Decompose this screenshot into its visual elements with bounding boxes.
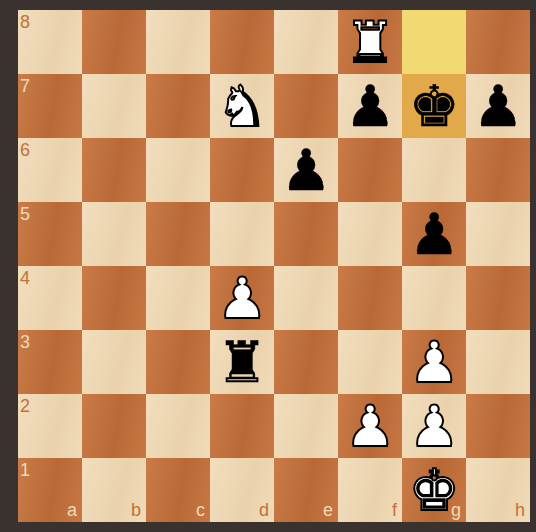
square-d7[interactable]: ♞: [210, 74, 274, 138]
piece-white-pawn-g2[interactable]: ♟: [402, 394, 466, 458]
chess-board: 8♜7♞♟♚♟6♟5♟4♟3♜♟2♟♟1abcdefg♚h: [18, 10, 530, 522]
square-a3[interactable]: 3: [18, 330, 82, 394]
square-a6[interactable]: 6: [18, 138, 82, 202]
square-g6[interactable]: [402, 138, 466, 202]
square-h5[interactable]: [466, 202, 530, 266]
square-f3[interactable]: [338, 330, 402, 394]
square-h2[interactable]: [466, 394, 530, 458]
square-g8[interactable]: [402, 10, 466, 74]
square-d5[interactable]: [210, 202, 274, 266]
square-f1[interactable]: f: [338, 458, 402, 522]
square-g5[interactable]: ♟: [402, 202, 466, 266]
file-label-a: a: [67, 501, 77, 519]
piece-black-pawn-h7[interactable]: ♟: [466, 74, 530, 138]
square-e7[interactable]: [274, 74, 338, 138]
square-f8[interactable]: ♜: [338, 10, 402, 74]
square-g2[interactable]: ♟: [402, 394, 466, 458]
piece-black-king-g7[interactable]: ♚: [402, 74, 466, 138]
rank-label-8: 8: [20, 13, 30, 31]
square-d8[interactable]: [210, 10, 274, 74]
file-label-d: d: [259, 501, 269, 519]
file-label-h: h: [515, 501, 525, 519]
square-b4[interactable]: [82, 266, 146, 330]
square-c3[interactable]: [146, 330, 210, 394]
square-a5[interactable]: 5: [18, 202, 82, 266]
square-d2[interactable]: [210, 394, 274, 458]
piece-white-pawn-f2[interactable]: ♟: [338, 394, 402, 458]
square-a2[interactable]: 2: [18, 394, 82, 458]
square-c5[interactable]: [146, 202, 210, 266]
square-e4[interactable]: [274, 266, 338, 330]
piece-black-pawn-e6[interactable]: ♟: [274, 138, 338, 202]
square-c8[interactable]: [146, 10, 210, 74]
square-e2[interactable]: [274, 394, 338, 458]
square-b3[interactable]: [82, 330, 146, 394]
square-g1[interactable]: g♚: [402, 458, 466, 522]
square-d3[interactable]: ♜: [210, 330, 274, 394]
square-f7[interactable]: ♟: [338, 74, 402, 138]
square-h7[interactable]: ♟: [466, 74, 530, 138]
rank-label-4: 4: [20, 269, 30, 287]
square-b1[interactable]: b: [82, 458, 146, 522]
square-b2[interactable]: [82, 394, 146, 458]
square-h3[interactable]: [466, 330, 530, 394]
rank-label-3: 3: [20, 333, 30, 351]
file-label-b: b: [131, 501, 141, 519]
rank-label-6: 6: [20, 141, 30, 159]
square-g7[interactable]: ♚: [402, 74, 466, 138]
square-e8[interactable]: [274, 10, 338, 74]
square-c6[interactable]: [146, 138, 210, 202]
rank-label-5: 5: [20, 205, 30, 223]
piece-black-pawn-f7[interactable]: ♟: [338, 74, 402, 138]
square-e5[interactable]: [274, 202, 338, 266]
square-e6[interactable]: ♟: [274, 138, 338, 202]
square-f6[interactable]: [338, 138, 402, 202]
piece-white-pawn-g3[interactable]: ♟: [402, 330, 466, 394]
piece-white-knight-d7[interactable]: ♞: [210, 74, 274, 138]
square-h6[interactable]: [466, 138, 530, 202]
square-c4[interactable]: [146, 266, 210, 330]
square-c2[interactable]: [146, 394, 210, 458]
piece-black-pawn-g5[interactable]: ♟: [402, 202, 466, 266]
square-b7[interactable]: [82, 74, 146, 138]
square-g4[interactable]: [402, 266, 466, 330]
rank-label-7: 7: [20, 77, 30, 95]
square-d4[interactable]: ♟: [210, 266, 274, 330]
file-label-e: e: [323, 501, 333, 519]
square-f4[interactable]: [338, 266, 402, 330]
piece-black-rook-d3[interactable]: ♜: [210, 330, 274, 394]
file-label-f: f: [392, 501, 397, 519]
square-c7[interactable]: [146, 74, 210, 138]
square-e3[interactable]: [274, 330, 338, 394]
square-d1[interactable]: d: [210, 458, 274, 522]
square-f5[interactable]: [338, 202, 402, 266]
square-d6[interactable]: [210, 138, 274, 202]
square-g3[interactable]: ♟: [402, 330, 466, 394]
square-f2[interactable]: ♟: [338, 394, 402, 458]
square-b8[interactable]: [82, 10, 146, 74]
piece-white-pawn-d4[interactable]: ♟: [210, 266, 274, 330]
app-background: 8♜7♞♟♚♟6♟5♟4♟3♜♟2♟♟1abcdefg♚h: [0, 0, 536, 532]
square-a7[interactable]: 7: [18, 74, 82, 138]
square-e1[interactable]: e: [274, 458, 338, 522]
square-h1[interactable]: h: [466, 458, 530, 522]
square-h8[interactable]: [466, 10, 530, 74]
file-label-c: c: [196, 501, 205, 519]
square-c1[interactable]: c: [146, 458, 210, 522]
square-b5[interactable]: [82, 202, 146, 266]
square-a1[interactable]: 1a: [18, 458, 82, 522]
square-a4[interactable]: 4: [18, 266, 82, 330]
rank-label-2: 2: [20, 397, 30, 415]
piece-white-rook-f8[interactable]: ♜: [338, 10, 402, 74]
rank-label-1: 1: [20, 461, 30, 479]
square-a8[interactable]: 8: [18, 10, 82, 74]
square-h4[interactable]: [466, 266, 530, 330]
square-b6[interactable]: [82, 138, 146, 202]
piece-white-king-g1[interactable]: ♚: [402, 458, 466, 522]
